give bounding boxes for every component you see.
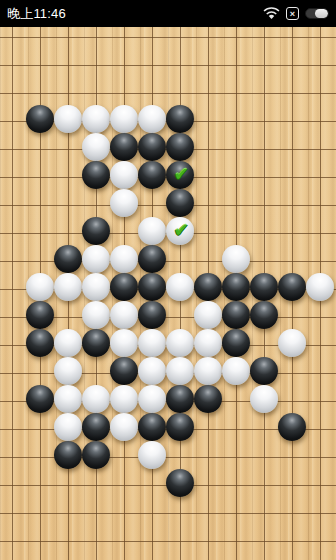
- white-stone: [194, 301, 222, 329]
- white-stone: [166, 273, 194, 301]
- black-stone: [110, 357, 138, 385]
- app-screen: 晚上11:46 × ✔✔: [0, 0, 336, 560]
- white-stone: [82, 301, 110, 329]
- status-icons: ×: [263, 7, 329, 20]
- black-stone: [250, 273, 278, 301]
- black-stone: [26, 301, 54, 329]
- white-stone: [278, 329, 306, 357]
- black-stone: [278, 273, 306, 301]
- white-stone: [166, 329, 194, 357]
- no-sim-icon: ×: [286, 7, 299, 20]
- white-stone: [138, 217, 166, 245]
- black-stone: [138, 133, 166, 161]
- black-stone: [222, 329, 250, 357]
- green-check-icon[interactable]: ✔: [174, 221, 189, 239]
- black-stone: [26, 385, 54, 413]
- black-stone: [194, 273, 222, 301]
- white-stone: [306, 273, 334, 301]
- status-bar: 晚上11:46 ×: [0, 0, 336, 27]
- white-stone: [110, 329, 138, 357]
- wifi-icon: [263, 7, 280, 20]
- black-stone: [166, 189, 194, 217]
- black-stone: [222, 301, 250, 329]
- black-stone[interactable]: ✔: [166, 161, 194, 189]
- white-stone: [82, 385, 110, 413]
- black-stone: [222, 273, 250, 301]
- black-stone: [54, 441, 82, 469]
- board-grid-hline: [0, 93, 336, 94]
- white-stone: [54, 413, 82, 441]
- black-stone: [82, 217, 110, 245]
- white-stone: [110, 105, 138, 133]
- white-stone: [82, 105, 110, 133]
- white-stone: [54, 385, 82, 413]
- white-stone: [250, 385, 278, 413]
- white-stone: [138, 441, 166, 469]
- black-stone: [166, 413, 194, 441]
- board-grid-vline: [12, 27, 13, 560]
- white-stone: [110, 245, 138, 273]
- white-stone: [222, 357, 250, 385]
- white-stone: [194, 329, 222, 357]
- white-stone: [110, 385, 138, 413]
- black-stone: [82, 413, 110, 441]
- black-stone: [82, 161, 110, 189]
- white-stone: [82, 273, 110, 301]
- black-stone: [138, 161, 166, 189]
- black-stone: [138, 301, 166, 329]
- board-grid-hline: [0, 65, 336, 66]
- black-stone: [250, 357, 278, 385]
- white-stone: [54, 329, 82, 357]
- black-stone: [110, 273, 138, 301]
- board-grid-hline: [0, 261, 336, 262]
- white-stone[interactable]: ✔: [166, 217, 194, 245]
- white-stone: [194, 357, 222, 385]
- white-stone: [138, 329, 166, 357]
- black-stone: [54, 245, 82, 273]
- black-stone: [138, 273, 166, 301]
- black-stone: [110, 133, 138, 161]
- board-grid-hline: [0, 457, 336, 458]
- black-stone: [82, 441, 110, 469]
- white-stone: [166, 357, 194, 385]
- black-stone: [166, 469, 194, 497]
- black-stone: [26, 105, 54, 133]
- white-stone: [26, 273, 54, 301]
- board-grid-hline: [0, 37, 336, 38]
- battery-icon: [305, 8, 329, 19]
- black-stone: [166, 385, 194, 413]
- black-stone: [166, 133, 194, 161]
- white-stone: [54, 105, 82, 133]
- white-stone: [138, 385, 166, 413]
- white-stone: [222, 245, 250, 273]
- white-stone: [110, 301, 138, 329]
- black-stone: [82, 329, 110, 357]
- white-stone: [110, 161, 138, 189]
- go-board[interactable]: ✔✔: [0, 27, 336, 560]
- black-stone: [278, 413, 306, 441]
- battery-fill: [315, 9, 328, 18]
- white-stone: [54, 357, 82, 385]
- black-stone: [166, 105, 194, 133]
- white-stone: [110, 189, 138, 217]
- white-stone: [82, 133, 110, 161]
- black-stone: [194, 385, 222, 413]
- green-check-icon[interactable]: ✔: [174, 165, 189, 183]
- black-stone: [250, 301, 278, 329]
- white-stone: [138, 105, 166, 133]
- white-stone: [54, 273, 82, 301]
- clock-time: 晚上11:46: [7, 0, 66, 27]
- white-stone: [82, 245, 110, 273]
- white-stone: [110, 413, 138, 441]
- white-stone: [138, 357, 166, 385]
- black-stone: [138, 245, 166, 273]
- board-grid-hline: [0, 513, 336, 514]
- black-stone: [26, 329, 54, 357]
- black-stone: [138, 413, 166, 441]
- board-grid-hline: [0, 541, 336, 542]
